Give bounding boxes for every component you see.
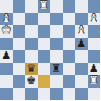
square-e5[interactable] xyxy=(50,38,63,51)
square-g2[interactable] xyxy=(75,75,88,88)
square-h6[interactable] xyxy=(88,25,101,38)
white-rook[interactable]: ♜ xyxy=(89,75,99,88)
square-c8[interactable] xyxy=(25,0,38,13)
square-b8[interactable] xyxy=(13,0,26,13)
square-f4[interactable] xyxy=(63,50,76,63)
square-h7[interactable]: ♝ xyxy=(88,13,101,26)
square-d5[interactable] xyxy=(38,38,51,51)
square-a2[interactable] xyxy=(0,75,13,88)
square-f7[interactable] xyxy=(63,13,76,26)
chess-board: ♜♝♝♚♝♟♟♛♜♟♚♜ xyxy=(0,0,100,100)
square-h2[interactable]: ♜ xyxy=(88,75,101,88)
square-h5[interactable] xyxy=(88,38,101,51)
square-d2[interactable] xyxy=(38,75,51,88)
square-c2[interactable]: ♚ xyxy=(25,75,38,88)
square-c1[interactable] xyxy=(25,88,38,101)
square-e8[interactable] xyxy=(50,0,63,13)
square-d1[interactable] xyxy=(38,88,51,101)
black-rook[interactable]: ♜ xyxy=(51,62,61,75)
square-f2[interactable] xyxy=(63,75,76,88)
square-b7[interactable] xyxy=(13,13,26,26)
square-d8[interactable]: ♜ xyxy=(38,0,51,13)
square-e6[interactable] xyxy=(50,25,63,38)
square-b4[interactable] xyxy=(13,50,26,63)
square-g3[interactable] xyxy=(75,63,88,76)
square-f8[interactable] xyxy=(63,0,76,13)
square-b5[interactable] xyxy=(13,38,26,51)
square-c6[interactable] xyxy=(25,25,38,38)
square-f5[interactable] xyxy=(63,38,76,51)
square-a1[interactable] xyxy=(0,88,13,101)
black-pawn[interactable]: ♟ xyxy=(76,37,86,50)
square-e2[interactable] xyxy=(50,75,63,88)
square-b1[interactable] xyxy=(13,88,26,101)
square-b6[interactable] xyxy=(13,25,26,38)
square-f3[interactable] xyxy=(63,63,76,76)
white-king[interactable]: ♚ xyxy=(1,25,11,38)
square-f6[interactable] xyxy=(63,25,76,38)
square-e3[interactable]: ♜ xyxy=(50,63,63,76)
square-c7[interactable] xyxy=(25,13,38,26)
square-g4[interactable] xyxy=(75,50,88,63)
square-d3[interactable] xyxy=(38,63,51,76)
square-d7[interactable] xyxy=(38,13,51,26)
square-e1[interactable] xyxy=(50,88,63,101)
square-g1[interactable] xyxy=(75,88,88,101)
square-a6[interactable]: ♚ xyxy=(0,25,13,38)
square-f1[interactable] xyxy=(63,88,76,101)
black-pawn[interactable]: ♟ xyxy=(1,50,11,63)
white-rook[interactable]: ♜ xyxy=(39,0,49,12)
square-g5[interactable]: ♟ xyxy=(75,38,88,51)
square-d6[interactable] xyxy=(38,25,51,38)
white-bishop[interactable]: ♝ xyxy=(89,12,99,25)
square-b3[interactable] xyxy=(13,63,26,76)
square-c5[interactable] xyxy=(25,38,38,51)
square-h1[interactable] xyxy=(88,88,101,101)
square-d4[interactable] xyxy=(38,50,51,63)
square-b2[interactable] xyxy=(13,75,26,88)
square-g8[interactable] xyxy=(75,0,88,13)
square-a4[interactable]: ♟ xyxy=(0,50,13,63)
square-e7[interactable] xyxy=(50,13,63,26)
square-a3[interactable] xyxy=(0,63,13,76)
black-king[interactable]: ♚ xyxy=(26,75,36,88)
